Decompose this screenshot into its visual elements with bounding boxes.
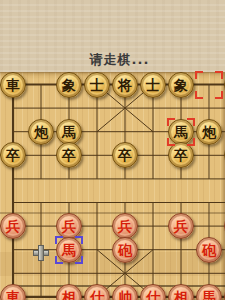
piece-black-general-e0[interactable]: 将 [112, 72, 138, 98]
piece-red-soldier-a6[interactable]: 兵 [0, 213, 26, 239]
piece-black-cannon-h2[interactable]: 炮 [196, 119, 222, 145]
piece-black-cannon-b2[interactable]: 炮 [28, 119, 54, 145]
piece-black-elephant-c0[interactable]: 象 [56, 72, 82, 98]
piece-black-advisor-f0[interactable]: 士 [140, 72, 166, 98]
piece-red-soldier-e6[interactable]: 兵 [112, 213, 138, 239]
piece-black-elephant-g0[interactable]: 象 [168, 72, 194, 98]
xiangqi-game-screen: 请走棋... 車象士将士象車炮馬馬炮卒卒卒卒卒兵兵兵兵兵馬砲砲車相仕帅仕相馬車 [0, 0, 225, 300]
piece-black-horse-c2[interactable]: 馬 [56, 119, 82, 145]
piece-black-advisor-d0[interactable]: 士 [84, 72, 110, 98]
piece-black-chariot-a0[interactable]: 車 [0, 72, 26, 98]
selected-piece-marker [55, 236, 83, 264]
last-move-to-marker [167, 118, 195, 146]
last-move-from-marker [195, 71, 223, 99]
cross-cursor [33, 245, 49, 261]
piece-red-cannon-e7[interactable]: 砲 [112, 237, 138, 263]
piece-red-soldier-g6[interactable]: 兵 [168, 213, 194, 239]
piece-red-cannon-h7[interactable]: 砲 [196, 237, 222, 263]
